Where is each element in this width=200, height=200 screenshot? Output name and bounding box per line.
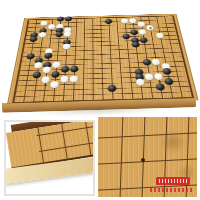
white-stone bbox=[129, 18, 137, 23]
stones-grid bbox=[8, 14, 198, 105]
black-stone bbox=[70, 66, 78, 73]
white-stone bbox=[34, 62, 43, 69]
black-stone bbox=[130, 29, 138, 35]
white-stone bbox=[144, 73, 153, 80]
watermark bbox=[150, 177, 194, 193]
black-stone bbox=[162, 68, 172, 75]
white-stone bbox=[42, 66, 51, 73]
star-point-dot bbox=[141, 158, 145, 162]
black-stone bbox=[155, 83, 165, 90]
white-stone bbox=[156, 33, 165, 39]
black-stone bbox=[29, 36, 37, 42]
white-stone bbox=[48, 24, 56, 29]
thumbnail-grid-closeup[interactable] bbox=[98, 117, 197, 197]
black-stone bbox=[61, 66, 70, 73]
white-stone bbox=[41, 76, 50, 83]
white-stone bbox=[52, 61, 61, 68]
wood-knot bbox=[160, 131, 186, 153]
white-stone bbox=[38, 32, 46, 38]
board-corner-photo bbox=[4, 120, 95, 196]
go-board bbox=[7, 14, 199, 106]
white-stone bbox=[60, 76, 69, 83]
black-stone bbox=[107, 85, 116, 92]
white-stone bbox=[121, 18, 129, 23]
black-stone bbox=[105, 19, 112, 24]
board-perspective-wrapper bbox=[1, 0, 196, 104]
black-stone bbox=[139, 37, 147, 43]
white-stone bbox=[50, 81, 59, 88]
hoshi-dot bbox=[158, 81, 161, 83]
white-stone bbox=[40, 21, 48, 26]
black-stone bbox=[26, 53, 35, 59]
black-stone bbox=[51, 71, 60, 78]
white-stone bbox=[154, 73, 164, 80]
black-stone bbox=[55, 32, 63, 38]
corner-grid-lines bbox=[36, 120, 95, 163]
black-stone bbox=[164, 78, 174, 85]
black-stone bbox=[122, 34, 130, 40]
thumbnail-corner-detail[interactable] bbox=[4, 120, 95, 196]
hoshi-dot bbox=[153, 52, 156, 53]
main-product-photo[interactable] bbox=[0, 0, 200, 116]
white-stone bbox=[151, 59, 160, 66]
board-grid-lines bbox=[12, 15, 194, 103]
white-stone bbox=[63, 31, 71, 37]
white-stone bbox=[138, 29, 146, 35]
black-stone bbox=[32, 71, 41, 78]
watermark-caption bbox=[150, 188, 194, 192]
watermark-logo-box bbox=[156, 177, 190, 185]
black-stone bbox=[131, 42, 139, 48]
white-stone bbox=[69, 75, 78, 82]
black-stone bbox=[65, 16, 72, 21]
black-stone bbox=[142, 59, 151, 66]
watermark-logo-text bbox=[159, 179, 187, 183]
hoshi-dot bbox=[149, 27, 152, 28]
white-stone bbox=[62, 44, 70, 50]
white-stone bbox=[136, 79, 145, 86]
black-stone bbox=[57, 16, 65, 21]
white-stone bbox=[137, 22, 145, 27]
